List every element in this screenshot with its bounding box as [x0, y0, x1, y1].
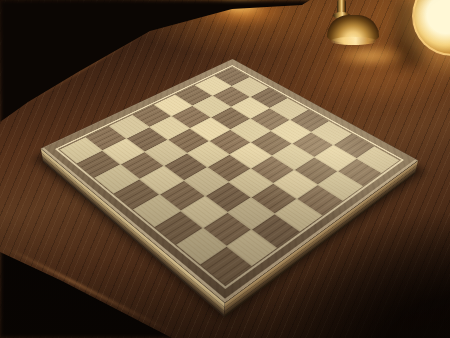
- square-f8[interactable]: [155, 211, 202, 244]
- square-e8[interactable]: [134, 195, 180, 226]
- square-g4[interactable]: [274, 170, 317, 198]
- square-g5[interactable]: [251, 183, 295, 213]
- square-f6[interactable]: [205, 182, 249, 212]
- square-g7[interactable]: [203, 213, 250, 246]
- square-e6[interactable]: [184, 167, 227, 195]
- square-h3[interactable]: [318, 171, 361, 199]
- square-d6[interactable]: [164, 153, 206, 180]
- square-e5[interactable]: [207, 154, 249, 181]
- square-f7[interactable]: [181, 196, 227, 227]
- square-g8[interactable]: [177, 228, 225, 263]
- square-h6[interactable]: [252, 214, 299, 247]
- square-g3[interactable]: [295, 157, 337, 184]
- square-h8[interactable]: [201, 247, 251, 284]
- square-d7[interactable]: [139, 166, 182, 194]
- square-h5[interactable]: [275, 199, 321, 230]
- square-h7[interactable]: [227, 230, 275, 265]
- scene-photo: [0, 0, 450, 338]
- square-d8[interactable]: [114, 179, 158, 208]
- square-h2[interactable]: [338, 158, 380, 185]
- square-e7[interactable]: [159, 181, 203, 210]
- square-g6[interactable]: [228, 198, 274, 229]
- square-f5[interactable]: [229, 169, 272, 197]
- square-h4[interactable]: [297, 185, 341, 215]
- square-c8[interactable]: [95, 164, 138, 192]
- square-f4[interactable]: [251, 156, 293, 183]
- square-b8[interactable]: [77, 150, 119, 176]
- square-c7[interactable]: [120, 152, 162, 179]
